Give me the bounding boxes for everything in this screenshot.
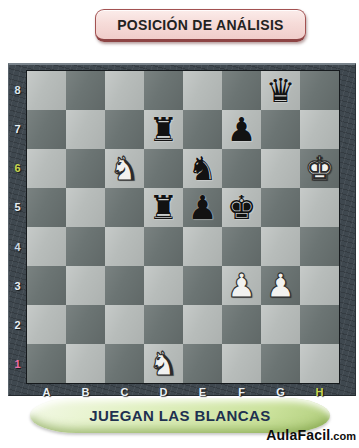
file-label-C: C [105,385,144,398]
square-b2 [66,305,105,344]
square-g4 [261,227,300,266]
square-e6: ♞ [183,149,222,188]
white-knight: ♞ [110,149,140,188]
square-e7 [183,110,222,149]
square-f6 [222,149,261,188]
chess-board-block: 87654321 ♛♜♟♞♞♚♜♟♚♟♟♞ ABCDEFGH [8,63,356,396]
file-label-E: E [183,385,222,398]
black-rook: ♜ [149,188,179,227]
square-c5 [105,188,144,227]
square-a1 [27,344,66,383]
square-h1 [300,344,339,383]
file-label-F: F [222,385,261,398]
square-g1 [261,344,300,383]
square-c8 [105,71,144,110]
white-pawn: ♟ [227,266,257,305]
square-c4 [105,227,144,266]
white-knight: ♞ [149,344,179,383]
square-a4 [27,227,66,266]
square-g5 [261,188,300,227]
square-b1 [66,344,105,383]
square-a5 [27,188,66,227]
square-b5 [66,188,105,227]
rank-label-4: 4 [9,227,26,266]
square-a3 [27,266,66,305]
rank-label-8: 8 [9,70,26,109]
square-e4 [183,227,222,266]
rank-label-2: 2 [9,306,26,345]
square-c1 [105,344,144,383]
brand-suffix: .com [330,430,356,442]
square-f1 [222,344,261,383]
white-pawn: ♟ [266,266,296,305]
square-a2 [27,305,66,344]
square-f5: ♚ [222,188,261,227]
square-a6 [27,149,66,188]
square-a8 [27,71,66,110]
rank-label-5: 5 [9,188,26,227]
square-g7 [261,110,300,149]
square-g8: ♛ [261,71,300,110]
square-h3 [300,266,339,305]
square-f3: ♟ [222,266,261,305]
file-label-H: H [300,385,339,398]
square-h2 [300,305,339,344]
black-pawn: ♟ [227,110,257,149]
black-knight: ♞ [188,149,218,188]
square-g3: ♟ [261,266,300,305]
square-d6 [144,149,183,188]
square-h7 [300,110,339,149]
square-e8 [183,71,222,110]
black-queen: ♛ [266,71,296,110]
square-d5: ♜ [144,188,183,227]
square-e2 [183,305,222,344]
square-b6 [66,149,105,188]
file-label-B: B [66,385,105,398]
turn-banner-label: JUEGAN LAS BLANCAS [89,407,270,424]
square-f4 [222,227,261,266]
file-label-D: D [144,385,183,398]
square-e5: ♟ [183,188,222,227]
square-d3 [144,266,183,305]
square-d1: ♞ [144,344,183,383]
file-label-G: G [261,385,300,398]
brand-watermark: AulaFacil.com [266,427,356,445]
square-f2 [222,305,261,344]
square-b8 [66,71,105,110]
square-e1 [183,344,222,383]
square-b3 [66,266,105,305]
analysis-position-banner: POSICIÓN DE ANÁLISIS [95,9,306,42]
square-f7: ♟ [222,110,261,149]
chess-board: ♛♜♟♞♞♚♜♟♚♟♟♞ [26,70,340,384]
square-h6: ♚ [300,149,339,188]
square-g6 [261,149,300,188]
file-labels: ABCDEFGH [27,385,339,398]
rank-label-3: 3 [9,266,26,305]
square-h4 [300,227,339,266]
square-d8 [144,71,183,110]
square-a7 [27,110,66,149]
page: POSICIÓN DE ANÁLISIS 87654321 ♛♜♟♞♞♚♜♟♚♟… [0,0,359,448]
rank-label-1: 1 [9,345,26,384]
rank-label-7: 7 [9,109,26,148]
black-rook: ♜ [149,110,179,149]
square-c6: ♞ [105,149,144,188]
square-b7 [66,110,105,149]
rank-label-6: 6 [9,149,26,188]
file-label-A: A [27,385,66,398]
square-d4 [144,227,183,266]
square-h8 [300,71,339,110]
square-d7: ♜ [144,110,183,149]
rank-labels: 87654321 [9,70,26,384]
black-king: ♚ [227,188,257,227]
brand-name: AulaFacil [266,427,330,443]
square-e3 [183,266,222,305]
square-c3 [105,266,144,305]
square-g2 [261,305,300,344]
square-d2 [144,305,183,344]
square-b4 [66,227,105,266]
square-c2 [105,305,144,344]
square-h5 [300,188,339,227]
square-c7 [105,110,144,149]
black-pawn: ♟ [188,188,218,227]
square-f8 [222,71,261,110]
white-king: ♚ [305,149,335,188]
banner-title: POSICIÓN DE ANÁLISIS [117,17,284,33]
